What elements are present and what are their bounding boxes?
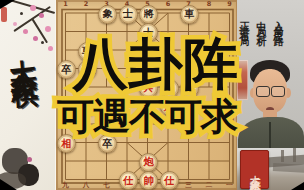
title-line-1: 八卦阵 八卦阵 (73, 37, 238, 92)
xiangqi-piece-red: 帥 (139, 171, 158, 190)
plum-blossom (13, 22, 17, 26)
xiangqi-piece-red: 仕 (160, 171, 179, 190)
seal-characters: 大禾象棋 (249, 166, 261, 174)
plum-blossom (27, 157, 32, 162)
channel-calligraphy: 大禾象棋 (7, 37, 36, 67)
xiangqi-piece-black: 象 (98, 5, 117, 24)
xiangqi-piece-black: 士 (119, 5, 138, 24)
plum-blossom (48, 46, 53, 51)
presenter-jacket (238, 117, 304, 148)
xiangqi-piece-red: 仕 (119, 171, 138, 190)
plum-bud (20, 12, 23, 15)
lesson-topic-column: 入局思路 (273, 13, 283, 85)
plum-blossom (23, 29, 28, 34)
file-coord-top: 9 (223, 0, 237, 8)
corner-wedge (0, 0, 15, 9)
file-coord-top: 6 (161, 0, 175, 8)
webcam-panel: 入局思路中局分析正谱布局 (237, 0, 304, 148)
xiangqi-piece-black: 將 (139, 5, 158, 24)
jacket-zipper (269, 122, 271, 148)
file-coord-bottom: 七 (100, 181, 114, 189)
file-coord-top: 1 (59, 0, 73, 8)
file-coord-bottom: 三 (182, 181, 196, 189)
xiangqi-piece-red: 炮 (139, 153, 158, 172)
tree (293, 148, 296, 162)
xiangqi-piece-black: 車 (180, 5, 199, 24)
channel-seal: 大禾象棋 (240, 150, 269, 189)
left-art-strip: 大禾象棋 (0, 0, 55, 190)
lesson-topic-column: 中局分析 (256, 13, 266, 85)
lesson-topic-column: 正谱布局 (239, 13, 249, 85)
tree-line (273, 163, 304, 173)
file-coord-bottom: 二 (202, 181, 216, 189)
title-line-2: 可遇不可求 可遇不可求 (57, 98, 237, 135)
tree (281, 150, 284, 162)
lesson-topics: 入局思路中局分析正谱布局 (237, 13, 283, 85)
plum-blossom (39, 13, 44, 18)
video-thumbnail[interactable]: 大禾象棋 123456789九八七六五四三二一象士將車士車象傌卒馬卒兵馬兵俥傌炮… (0, 0, 304, 190)
file-coord-bottom: 八 (79, 181, 93, 189)
glasses-icon (255, 86, 285, 96)
plum-blossom (45, 26, 51, 32)
plum-bud (41, 41, 44, 44)
file-coord-top: 8 (202, 0, 216, 8)
file-coord-bottom: 九 (59, 181, 73, 189)
ink-seal-mark (1, 7, 7, 22)
corner-wedge (0, 179, 17, 190)
plum-blossom (30, 5, 36, 11)
corner-wedge (291, 182, 304, 190)
file-coord-top: 2 (79, 0, 93, 8)
file-coord-bottom: 一 (223, 181, 237, 189)
